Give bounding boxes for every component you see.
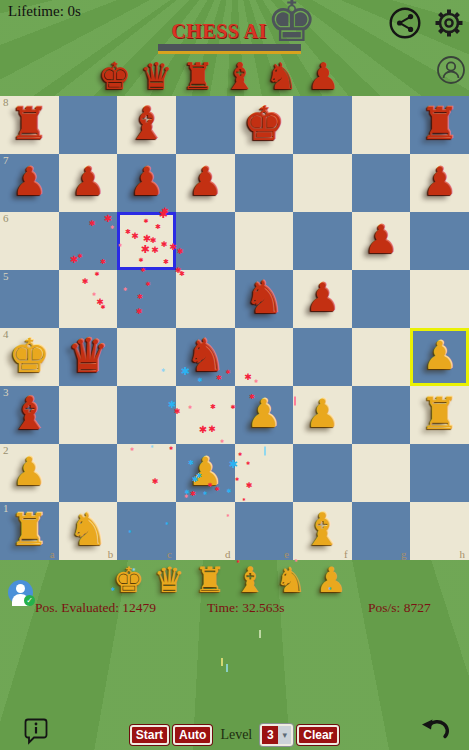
piece-red-king[interactable]: ♚ [235, 96, 294, 154]
square-f8[interactable] [293, 96, 352, 154]
square-g1[interactable]: g [352, 502, 411, 560]
square-f2[interactable] [293, 444, 352, 502]
square-h1[interactable]: h [410, 502, 469, 560]
piece-gold-rook[interactable]: ♜ [410, 386, 469, 444]
square-e1[interactable]: e [235, 502, 294, 560]
faint-dash-mark [221, 658, 223, 666]
square-c7[interactable]: ♟ [117, 154, 176, 212]
square-h4[interactable]: ♟ [410, 328, 469, 386]
tray-red-king[interactable]: ♚ [98, 58, 131, 95]
faint-dash-mark [226, 664, 228, 672]
tray-gold-rook[interactable]: ♜ [194, 563, 225, 598]
tray-red-rook[interactable]: ♜ [182, 58, 215, 95]
square-c1[interactable]: c [117, 502, 176, 560]
square-f3[interactable]: ♟ [293, 386, 352, 444]
piece-red-knight[interactable]: ♞ [235, 270, 294, 328]
square-e7[interactable] [235, 154, 294, 212]
square-c5[interactable] [117, 270, 176, 328]
tray-gold-pawn[interactable]: ♟ [316, 563, 347, 598]
square-h2[interactable] [410, 444, 469, 502]
tray-red-knight[interactable]: ♞ [265, 58, 298, 95]
rank-label: 7 [3, 154, 9, 167]
file-label: e [284, 548, 289, 560]
avatar-check-icon: ✓ [24, 595, 35, 606]
square-c6[interactable] [117, 212, 176, 270]
square-f5[interactable]: ♟ [293, 270, 352, 328]
square-e3[interactable]: ♟ [235, 386, 294, 444]
file-label: b [108, 548, 114, 560]
piece-red-pawn[interactable]: ♟ [117, 154, 176, 212]
file-label: d [225, 548, 231, 560]
share-icon [388, 28, 422, 43]
level-value: 3 [262, 726, 278, 744]
piece-red-knight[interactable]: ♞ [176, 328, 235, 386]
level-label: Level [220, 727, 252, 743]
square-h5[interactable] [410, 270, 469, 328]
piece-gold-pawn[interactable]: ♟ [293, 386, 352, 444]
rank-label: 4 [3, 328, 9, 341]
piece-red-pawn[interactable]: ♟ [410, 154, 469, 212]
square-e2[interactable] [235, 444, 294, 502]
file-label: g [401, 548, 407, 560]
square-a4[interactable]: 4♚ [0, 328, 59, 386]
square-f1[interactable]: f♝ [293, 502, 352, 560]
piece-gold-pawn[interactable]: ♟ [235, 386, 294, 444]
chess-board: 8♜♝♚♜7♟♟♟♟♟6♟5♞♟4♚♛♞♟3♝♟♟♜2♟♟1a♜b♞cdef♝g… [0, 96, 469, 560]
square-b2[interactable] [59, 444, 118, 502]
rank-label: 8 [3, 96, 9, 109]
square-g8[interactable] [352, 96, 411, 154]
square-b6[interactable] [59, 212, 118, 270]
square-b4[interactable]: ♛ [59, 328, 118, 386]
square-a2[interactable]: 2♟ [0, 444, 59, 502]
piece-red-rook[interactable]: ♜ [410, 96, 469, 154]
chevron-down-icon: ▾ [278, 726, 291, 744]
positions-evaluated: Pos. Evaluated: 12479 [35, 600, 156, 616]
square-e4[interactable] [235, 328, 294, 386]
square-e5[interactable]: ♞ [235, 270, 294, 328]
square-b5[interactable] [59, 270, 118, 328]
start-button[interactable]: Start [130, 725, 169, 745]
rank-label: 2 [3, 444, 9, 457]
square-h6[interactable] [410, 212, 469, 270]
piece-red-queen[interactable]: ♛ [59, 328, 118, 386]
tray-gold-queen[interactable]: ♛ [154, 563, 185, 598]
square-c3[interactable] [117, 386, 176, 444]
square-d3[interactable] [176, 386, 235, 444]
square-a3[interactable]: 3♝ [0, 386, 59, 444]
file-label: h [460, 548, 466, 560]
piece-gold-pawn[interactable]: ♟ [0, 444, 59, 502]
square-e6[interactable] [235, 212, 294, 270]
piece-red-pawn[interactable]: ♟ [352, 212, 411, 270]
square-d4[interactable]: ♞ [176, 328, 235, 386]
square-d8[interactable] [176, 96, 235, 154]
square-d7[interactable]: ♟ [176, 154, 235, 212]
file-label: a [50, 548, 55, 560]
tray-red-bishop[interactable]: ♝ [223, 58, 256, 95]
square-a7[interactable]: 7♟ [0, 154, 59, 212]
square-c4[interactable] [117, 328, 176, 386]
undo-arrow-icon [420, 732, 450, 747]
elapsed-time: Time: 32.563s [207, 600, 285, 616]
gold-piece-tray: ♚♛♜♝♞♟ [113, 556, 347, 598]
piece-red-pawn[interactable]: ♟ [293, 270, 352, 328]
square-e8[interactable]: ♚ [235, 96, 294, 154]
rank-label: 5 [3, 270, 9, 283]
square-b1[interactable]: b♞ [59, 502, 118, 560]
gear-icon [431, 29, 467, 44]
undo-button[interactable] [420, 718, 450, 747]
square-a8[interactable]: 8♜ [0, 96, 59, 154]
engine-controls: Start Auto Level 3 ▾ Clear [0, 724, 469, 746]
square-g2[interactable] [352, 444, 411, 502]
share-button[interactable] [388, 6, 422, 43]
square-f7[interactable] [293, 154, 352, 212]
file-label: f [344, 548, 348, 560]
auto-button[interactable]: Auto [173, 725, 212, 745]
square-c8[interactable]: ♝ [117, 96, 176, 154]
square-h8[interactable]: ♜ [410, 96, 469, 154]
positions-per-second: Pos/s: 8727 [368, 600, 431, 616]
square-b7[interactable]: ♟ [59, 154, 118, 212]
piece-gold-pawn[interactable]: ♟ [410, 328, 469, 386]
chess-ai-app: Lifetime: 0s ♚ CHESS AI [0, 0, 469, 750]
square-d5[interactable] [176, 270, 235, 328]
faint-dash-mark [259, 630, 261, 638]
file-label: c [167, 548, 172, 560]
lifetime-label: Lifetime: 0s [8, 3, 81, 20]
square-f6[interactable] [293, 212, 352, 270]
square-g7[interactable] [352, 154, 411, 212]
square-b3[interactable] [59, 386, 118, 444]
square-f4[interactable] [293, 328, 352, 386]
rank-label: 6 [3, 212, 9, 225]
clear-button[interactable]: Clear [297, 725, 339, 745]
tray-red-queen[interactable]: ♛ [140, 58, 173, 95]
red-piece-tray: ♚♛♜♝♞♟ [98, 52, 340, 95]
profile-button[interactable] [436, 55, 466, 88]
tray-red-pawn[interactable]: ♟ [307, 58, 340, 95]
tray-gold-king[interactable]: ♚ [113, 563, 144, 598]
square-d6[interactable] [176, 212, 235, 270]
piece-red-pawn[interactable]: ♟ [176, 154, 235, 212]
piece-gold-pawn[interactable]: ♟ [176, 444, 235, 502]
square-a1[interactable]: 1a♜ [0, 502, 59, 560]
rank-label: 1 [3, 502, 9, 515]
settings-button[interactable] [431, 5, 467, 44]
square-d2[interactable]: ♟ [176, 444, 235, 502]
square-h3[interactable]: ♜ [410, 386, 469, 444]
page-title: CHESS AI [148, 20, 290, 43]
level-select[interactable]: 3 ▾ [260, 724, 293, 746]
square-g4[interactable] [352, 328, 411, 386]
profile-icon [436, 73, 466, 88]
piece-red-bishop[interactable]: ♝ [117, 96, 176, 154]
square-g3[interactable] [352, 386, 411, 444]
square-d1[interactable]: d [176, 502, 235, 560]
square-c2[interactable] [117, 444, 176, 502]
square-a6[interactable]: 6 [0, 212, 59, 270]
rank-label: 3 [3, 386, 9, 399]
square-g5[interactable] [352, 270, 411, 328]
square-g6[interactable]: ♟ [352, 212, 411, 270]
piece-gold-bishop[interactable]: ♝ [293, 502, 352, 560]
tray-gold-bishop[interactable]: ♝ [235, 563, 266, 598]
tray-gold-knight[interactable]: ♞ [275, 563, 306, 598]
square-b8[interactable] [59, 96, 118, 154]
square-a5[interactable]: 5 [0, 270, 59, 328]
piece-red-pawn[interactable]: ♟ [59, 154, 118, 212]
square-h7[interactable]: ♟ [410, 154, 469, 212]
